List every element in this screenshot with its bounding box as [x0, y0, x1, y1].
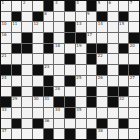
grid-cell-r9c13[interactable] [129, 87, 139, 97]
grid-cell-r13c1[interactable]: 37 [1, 129, 11, 139]
grid-cell-r7c12 [119, 65, 129, 75]
grid-cell-r11c11[interactable] [108, 108, 118, 118]
clue-number: 3 [55, 1, 58, 6]
grid-cell-r13c11[interactable] [108, 129, 118, 139]
grid-cell-r8c5 [44, 76, 54, 86]
grid-cell-r10c12[interactable]: 32 [119, 97, 129, 107]
grid-cell-r1c10[interactable]: 5 [97, 1, 107, 11]
clue-number: 8 [44, 12, 47, 17]
grid-cell-r8c9[interactable] [87, 76, 97, 86]
grid-cell-r8c3[interactable] [22, 76, 32, 86]
grid-cell-r9c9 [87, 87, 97, 97]
grid-cell-r11c8[interactable]: 35 [76, 108, 86, 118]
grid-cell-r2c5[interactable]: 8 [44, 12, 54, 22]
grid-cell-r10c5[interactable]: 31 [44, 97, 54, 107]
clue-number: 37 [2, 129, 7, 134]
grid-cell-r1c12[interactable] [119, 1, 129, 11]
grid-cell-r1c8[interactable]: 4 [76, 1, 86, 11]
grid-cell-r1c6[interactable]: 3 [54, 1, 64, 11]
grid-cell-r1c11[interactable]: 6 [108, 1, 118, 11]
grid-cell-r3c5[interactable] [44, 22, 54, 32]
grid-cell-r5c12 [119, 44, 129, 54]
grid-cell-r7c6[interactable] [54, 65, 64, 75]
grid-cell-r4c7 [65, 33, 75, 43]
grid-cell-r12c10 [97, 119, 107, 129]
grid-cell-r8c4[interactable] [33, 76, 43, 86]
grid-cell-r3c12[interactable]: 15 [119, 22, 129, 32]
clue-number: 16 [2, 33, 7, 38]
grid-cell-r1c9 [87, 1, 97, 11]
grid-cell-r5c6[interactable]: 18 [54, 44, 64, 54]
grid-cell-r9c6[interactable]: 28 [54, 87, 64, 97]
clue-number: 17 [87, 33, 92, 38]
clue-number: 1 [2, 1, 5, 6]
grid-cell-r4c9[interactable]: 17 [87, 33, 97, 43]
clue-number: 24 [2, 76, 7, 81]
clue-number: 31 [44, 97, 49, 102]
grid-cell-r11c5[interactable] [44, 108, 54, 118]
grid-cell-r4c11[interactable] [108, 33, 118, 43]
grid-cell-r10c6 [54, 97, 64, 107]
grid-cell-r8c7 [65, 76, 75, 86]
clue-number: 33 [2, 108, 7, 113]
grid-cell-r8c12[interactable] [119, 76, 129, 86]
grid-cell-r7c11[interactable] [108, 65, 118, 75]
grid-cell-r6c13[interactable] [129, 54, 139, 64]
grid-cell-r5c9 [87, 44, 97, 54]
grid-cell-r13c2[interactable] [12, 129, 22, 139]
grid-cell-r4c8 [76, 33, 86, 43]
grid-cell-r4c12[interactable] [119, 33, 129, 43]
clue-number: 7 [130, 1, 133, 6]
grid-cell-r2c6[interactable] [54, 12, 64, 22]
grid-cell-r11c4[interactable] [33, 108, 43, 118]
grid-cell-r11c13[interactable] [129, 108, 139, 118]
clue-number: 15 [119, 22, 124, 27]
crossword-grid: 1234567891011121314151617181920212223242… [0, 0, 140, 140]
grid-cell-r7c3[interactable] [22, 65, 32, 75]
grid-cell-r6c6[interactable] [54, 54, 64, 64]
grid-cell-r8c1[interactable]: 24 [1, 76, 11, 86]
clue-number: 27 [130, 76, 135, 81]
grid-cell-r11c3[interactable] [22, 108, 32, 118]
grid-cell-r7c5[interactable]: 23 [44, 65, 54, 75]
grid-cell-r4c1[interactable]: 16 [1, 33, 11, 43]
grid-cell-r7c13 [129, 65, 139, 75]
grid-cell-r3c10[interactable]: 14 [97, 22, 107, 32]
grid-cell-r8c8[interactable]: 25 [76, 76, 86, 86]
grid-cell-r7c10 [97, 65, 107, 75]
grid-cell-r12c9[interactable] [87, 119, 97, 129]
grid-cell-r11c12[interactable] [119, 108, 129, 118]
grid-cell-r10c10[interactable] [97, 97, 107, 107]
grid-cell-r8c2[interactable] [12, 76, 22, 86]
grid-cell-r4c6[interactable] [54, 33, 64, 43]
grid-cell-r12c6[interactable] [54, 119, 64, 129]
clue-number: 26 [98, 76, 103, 81]
grid-cell-r5c11[interactable] [108, 44, 118, 54]
grid-cell-r4c2[interactable] [12, 33, 22, 43]
grid-cell-r11c2[interactable] [12, 108, 22, 118]
grid-cell-r1c2[interactable] [12, 1, 22, 11]
clue-number: 14 [98, 22, 103, 27]
grid-cell-r9c8[interactable] [76, 87, 86, 97]
grid-cell-r11c10[interactable] [97, 108, 107, 118]
grid-cell-r12c12 [119, 119, 129, 129]
grid-cell-r12c1[interactable] [1, 119, 11, 129]
clue-number: 2 [23, 1, 26, 6]
grid-cell-r5c1[interactable] [1, 44, 11, 54]
grid-cell-r13c10[interactable]: 38 [97, 129, 107, 139]
grid-cell-r6c9 [87, 54, 97, 64]
clue-number: 23 [44, 65, 49, 70]
grid-cell-r3c4[interactable]: 12 [33, 22, 43, 32]
grid-cell-r13c5 [44, 129, 54, 139]
grid-cell-r7c7[interactable] [65, 65, 75, 75]
grid-cell-r4c13 [129, 33, 139, 43]
grid-cell-r10c1 [1, 97, 11, 107]
grid-cell-r9c12 [119, 87, 129, 97]
grid-cell-r5c4[interactable] [33, 44, 43, 54]
grid-cell-r10c9 [87, 97, 97, 107]
grid-cell-r1c1[interactable]: 1 [1, 1, 11, 11]
grid-cell-r6c12[interactable] [119, 54, 129, 64]
grid-cell-r2c7[interactable] [65, 12, 75, 22]
grid-cell-r2c4 [33, 12, 43, 22]
grid-cell-r2c12 [119, 12, 129, 22]
grid-cell-r13c13[interactable] [129, 129, 139, 139]
grid-cell-r12c7[interactable] [65, 119, 75, 129]
grid-cell-r12c13[interactable] [129, 119, 139, 129]
grid-cell-r2c13[interactable] [129, 12, 139, 22]
grid-cell-r6c3[interactable] [22, 54, 32, 64]
grid-cell-r6c10[interactable]: 22 [97, 54, 107, 64]
grid-cell-r6c7 [65, 54, 75, 64]
grid-cell-r3c6[interactable] [54, 22, 64, 32]
grid-cell-r13c9 [87, 129, 97, 139]
clue-number: 21 [2, 54, 7, 59]
grid-cell-r6c2[interactable] [12, 54, 22, 64]
grid-cell-r5c7[interactable] [65, 44, 75, 54]
grid-cell-r2c11[interactable] [108, 12, 118, 22]
grid-cell-r7c4 [33, 65, 43, 75]
clue-number: 35 [76, 108, 81, 113]
grid-cell-r10c13[interactable] [129, 97, 139, 107]
clue-number: 28 [55, 87, 60, 92]
grid-cell-r7c9[interactable] [87, 65, 97, 75]
clue-number: 25 [76, 76, 81, 81]
grid-cell-r9c4 [33, 87, 43, 97]
grid-cell-r9c11 [108, 87, 118, 97]
grid-cell-r4c3 [22, 33, 32, 43]
grid-cell-r12c8[interactable] [76, 119, 86, 129]
clue-number: 10 [2, 22, 7, 27]
grid-cell-r9c3[interactable] [22, 87, 32, 97]
grid-cell-r8c11[interactable] [108, 76, 118, 86]
grid-cell-r4c5 [44, 33, 54, 43]
grid-cell-r12c5[interactable]: 36 [44, 119, 54, 129]
clue-number: 30 [34, 97, 39, 102]
grid-cell-r6c11[interactable] [108, 54, 118, 64]
grid-cell-r1c4[interactable] [33, 1, 43, 11]
grid-cell-r3c2[interactable]: 11 [12, 22, 22, 32]
grid-cell-r5c10 [97, 44, 107, 54]
grid-cell-r1c5 [44, 1, 54, 11]
grid-cell-r13c4[interactable] [33, 129, 43, 139]
grid-cell-r8c10[interactable]: 26 [97, 76, 107, 86]
grid-cell-r12c3[interactable] [22, 119, 32, 129]
clue-number: 34 [55, 108, 60, 113]
grid-cell-r8c6[interactable] [54, 76, 64, 86]
grid-cell-r3c9[interactable] [87, 22, 97, 32]
grid-cell-r8c13[interactable]: 27 [129, 76, 139, 86]
grid-cell-r2c10 [97, 12, 107, 22]
clue-number: 6 [108, 1, 111, 6]
grid-cell-r6c1[interactable]: 21 [1, 54, 11, 64]
clue-number: 11 [12, 22, 17, 27]
grid-cell-r5c13[interactable]: 20 [129, 44, 139, 54]
clue-number: 12 [34, 22, 39, 27]
grid-cell-r2c2 [12, 12, 22, 22]
clue-number: 38 [98, 129, 103, 134]
grid-cell-r13c8[interactable] [76, 129, 86, 139]
clue-number: 22 [98, 54, 103, 59]
grid-cell-r1c3[interactable]: 2 [22, 1, 32, 11]
grid-cell-r10c11 [108, 97, 118, 107]
grid-cell-r6c8[interactable] [76, 54, 86, 64]
clue-number: 29 [12, 97, 17, 102]
grid-cell-r9c1[interactable] [1, 87, 11, 97]
grid-cell-r5c2 [12, 44, 22, 54]
grid-cell-r1c13[interactable]: 7 [129, 1, 139, 11]
grid-cell-r11c9[interactable] [87, 108, 97, 118]
grid-cell-r11c1[interactable]: 33 [1, 108, 11, 118]
grid-cell-r12c2 [12, 119, 22, 129]
grid-cell-r7c8[interactable] [76, 65, 86, 75]
grid-cell-r12c4 [33, 119, 43, 129]
clue-number: 36 [44, 119, 49, 124]
grid-cell-r3c1[interactable]: 10 [1, 22, 11, 32]
grid-cell-r10c3[interactable] [22, 97, 32, 107]
grid-cell-r2c1[interactable] [1, 12, 11, 22]
grid-cell-r12c11[interactable] [108, 119, 118, 129]
grid-cell-r3c8[interactable]: 13 [76, 22, 86, 32]
grid-cell-r9c10[interactable] [97, 87, 107, 97]
grid-cell-r3c11[interactable] [108, 22, 118, 32]
clue-number: 9 [87, 12, 90, 17]
grid-cell-r7c1 [1, 65, 11, 75]
grid-cell-r11c6[interactable]: 34 [54, 108, 64, 118]
clue-number: 13 [76, 22, 81, 27]
grid-cell-r9c2 [12, 87, 22, 97]
grid-cell-r13c12[interactable] [119, 129, 129, 139]
grid-cell-r13c7 [65, 129, 75, 139]
grid-cell-r5c8[interactable]: 19 [76, 44, 86, 54]
grid-cell-r4c4[interactable] [33, 33, 43, 43]
grid-cell-r4c10[interactable] [97, 33, 107, 43]
grid-cell-r11c7 [65, 108, 75, 118]
grid-cell-r1c7 [65, 1, 75, 11]
grid-cell-r6c5[interactable] [44, 54, 54, 64]
grid-cell-r10c7 [65, 97, 75, 107]
grid-cell-r7c2 [12, 65, 22, 75]
grid-cell-r5c3 [22, 44, 32, 54]
grid-cell-r13c3[interactable] [22, 129, 32, 139]
grid-cell-r2c9[interactable]: 9 [87, 12, 97, 22]
grid-cell-r9c7[interactable] [65, 87, 75, 97]
grid-cell-r3c7 [65, 22, 75, 32]
grid-cell-r10c8[interactable] [76, 97, 86, 107]
grid-cell-r6c4[interactable] [33, 54, 43, 64]
clue-number: 19 [76, 44, 81, 49]
clue-number: 5 [98, 1, 101, 6]
grid-cell-r10c2[interactable]: 29 [12, 97, 22, 107]
grid-cell-r5c5 [44, 44, 54, 54]
grid-cell-r2c3[interactable] [22, 12, 32, 22]
clue-number: 18 [55, 44, 60, 49]
grid-cell-r13c6[interactable] [54, 129, 64, 139]
grid-cell-r2c8[interactable] [76, 12, 86, 22]
clue-number: 20 [130, 44, 135, 49]
clue-number: 4 [76, 1, 79, 6]
clue-number: 32 [119, 97, 124, 102]
grid-cell-r3c13[interactable] [129, 22, 139, 32]
grid-cell-r10c4[interactable]: 30 [33, 97, 43, 107]
grid-cell-r3c3[interactable] [22, 22, 32, 32]
grid-cell-r9c5 [44, 87, 54, 97]
